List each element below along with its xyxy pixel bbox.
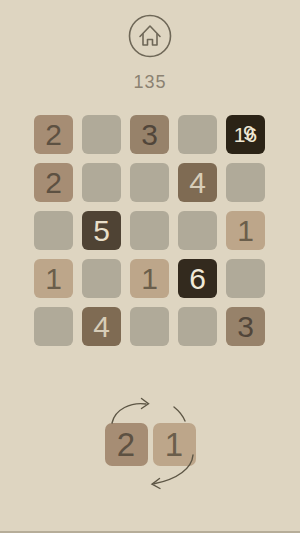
tile-value: 2 — [45, 168, 62, 198]
grid-cell-r5c4[interactable] — [178, 307, 217, 346]
score-value: 135 — [0, 72, 300, 93]
grid-cell-r2c1[interactable]: 2 — [34, 163, 73, 202]
grid-cell-r2c5[interactable] — [226, 163, 265, 202]
grid-cell-r3c5[interactable]: 1 — [226, 211, 265, 250]
grid-cell-r1c3[interactable]: 3 — [130, 115, 169, 154]
tile-value: 6 — [189, 264, 206, 294]
tile-value: 4 — [93, 312, 110, 342]
tile-value: 4 — [189, 168, 206, 198]
tile-value: 1 — [45, 264, 62, 294]
tile-value: 3 — [237, 312, 254, 342]
grid-cell-r2c2[interactable] — [82, 163, 121, 202]
merge-overlay-digit: 9 — [243, 122, 255, 143]
tile-value: 1 — [141, 264, 158, 294]
queue-tile-1[interactable]: 2 — [105, 423, 148, 466]
game-board: 23169245111643 — [34, 115, 265, 346]
grid-cell-r4c2[interactable] — [82, 259, 121, 298]
grid-cell-r3c3[interactable] — [130, 211, 169, 250]
grid-cell-r3c2[interactable]: 5 — [82, 211, 121, 250]
tile-value: 3 — [141, 120, 158, 150]
queue-tile-2[interactable]: 1 — [153, 423, 196, 466]
grid-cell-r4c3[interactable]: 1 — [130, 259, 169, 298]
tile-value: 5 — [93, 216, 110, 246]
grid-cell-r4c1[interactable]: 1 — [34, 259, 73, 298]
grid-cell-r2c4[interactable]: 4 — [178, 163, 217, 202]
swap-arrow-bottom-head — [152, 479, 160, 489]
grid-cell-r1c4[interactable] — [178, 115, 217, 154]
swap-arrow-top-arc — [112, 404, 146, 423]
swap-arrow-top-head — [142, 399, 149, 409]
next-tile-queue: 21 — [0, 423, 300, 466]
grid-cell-r1c2[interactable] — [82, 115, 121, 154]
grid-cell-r1c5[interactable]: 169 — [226, 115, 265, 154]
grid-cell-r5c5[interactable]: 3 — [226, 307, 265, 346]
tile-value: 1 — [237, 216, 254, 246]
grid-cell-r4c5[interactable] — [226, 259, 265, 298]
grid-cell-r5c2[interactable]: 4 — [82, 307, 121, 346]
game-screen: 135 23169245111643 21 — [0, 0, 300, 533]
grid-cell-r5c1[interactable] — [34, 307, 73, 346]
tile-value: 2 — [45, 120, 62, 150]
grid-cell-r2c3[interactable] — [130, 163, 169, 202]
home-icon — [126, 12, 174, 60]
grid-cell-r4c4[interactable]: 6 — [178, 259, 217, 298]
home-button[interactable] — [126, 12, 174, 60]
grid-cell-r3c4[interactable] — [178, 211, 217, 250]
swap-arrow-right-arc — [174, 407, 185, 421]
grid-cell-r1c1[interactable]: 2 — [34, 115, 73, 154]
grid-cell-r5c3[interactable] — [130, 307, 169, 346]
grid-cell-r3c1[interactable] — [34, 211, 73, 250]
